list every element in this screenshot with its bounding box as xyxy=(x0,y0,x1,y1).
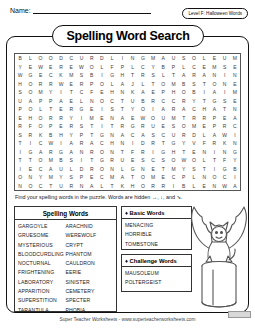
grid-cell: P xyxy=(179,173,189,182)
grid-cell: I xyxy=(148,105,158,114)
grid-cell: T xyxy=(220,105,230,114)
grid-cell: I xyxy=(220,71,230,80)
grid-cell: P xyxy=(158,88,168,97)
grid-cell: O xyxy=(158,80,168,89)
grid-cell: F xyxy=(199,139,209,148)
grid-cell: E xyxy=(209,54,219,63)
grid-cell: Y xyxy=(66,131,76,140)
grid-cell: O xyxy=(138,173,148,182)
grid-cell: S xyxy=(15,131,25,140)
grid-cell: I xyxy=(128,139,138,148)
word-list-item: MENACING xyxy=(125,221,188,230)
grid-cell: C xyxy=(76,88,86,97)
grid-cell: E xyxy=(25,165,35,174)
grid-cell: N xyxy=(87,97,97,106)
grid-cell: G xyxy=(158,148,168,157)
grid-cell: C xyxy=(189,63,199,72)
word-list-item: MAUSOLEUM xyxy=(125,269,188,278)
grid-cell: O xyxy=(35,54,45,63)
grid-cell: E xyxy=(189,148,199,157)
grid-cell: U xyxy=(15,97,25,106)
word-list-item: HORRIBLE xyxy=(125,230,188,239)
word-list-item: POLTERGEIST xyxy=(125,278,188,287)
gargoyle-statue-illustration xyxy=(186,204,252,314)
grid-cell: P xyxy=(35,97,45,106)
grid-cell: C xyxy=(168,173,178,182)
grid-cell: R xyxy=(189,71,199,80)
grid-cell: D xyxy=(56,54,66,63)
grid-cell: G xyxy=(97,131,107,140)
grid-cell: O xyxy=(46,54,56,63)
grid-cell: G xyxy=(97,156,107,165)
grid-cell: N xyxy=(76,182,86,191)
grid-cell: C xyxy=(97,139,107,148)
grid-cell: S xyxy=(179,54,189,63)
grid-cell: E xyxy=(87,105,97,114)
grid-cell: P xyxy=(76,131,86,140)
grid-cell: T xyxy=(158,139,168,148)
grid-cell: I xyxy=(148,148,158,157)
grid-cell: C xyxy=(66,54,76,63)
grid-cell: E xyxy=(158,122,168,131)
grid-cell: O xyxy=(189,54,199,63)
grid-cell: B xyxy=(56,156,66,165)
grid-cell: B xyxy=(15,54,25,63)
grid-cell: P xyxy=(209,122,219,131)
basic-words-list: MENACINGHORRIBLETOMBSTONE xyxy=(122,219,191,252)
grid-cell: I xyxy=(97,105,107,114)
grid-cell: A xyxy=(35,148,45,157)
grid-cell: S xyxy=(168,122,178,131)
grid-cell: R xyxy=(25,131,35,140)
grid-cell: T xyxy=(168,71,178,80)
grid-cell: C xyxy=(97,173,107,182)
grid-cell: N xyxy=(209,71,219,80)
grid-cell: R xyxy=(199,114,209,123)
grid-cell: W xyxy=(56,80,66,89)
spelling-words-box: Spelling Words GARGOYLEGRUESOMEMYSTERIOU… xyxy=(14,206,117,312)
word-list-item: FRIGHTENING xyxy=(18,268,66,277)
grid-cell: F xyxy=(25,122,35,131)
grid-cell: E xyxy=(15,114,25,123)
word-list-item: ARACHNID xyxy=(66,222,114,231)
grid-cell: P xyxy=(209,114,219,123)
grid-cell: N xyxy=(230,139,240,148)
grid-cell: T xyxy=(179,148,189,157)
grid-cell: N xyxy=(117,139,127,148)
grid-cell: O xyxy=(97,97,107,106)
grid-cell: H xyxy=(128,182,138,191)
grid-cell: O xyxy=(35,122,45,131)
grid-cell: A xyxy=(209,105,219,114)
grid-cell: S xyxy=(148,71,158,80)
grid-cell: N xyxy=(107,165,117,174)
grid-cell: N xyxy=(117,88,127,97)
grid-cell: T xyxy=(87,156,97,165)
grid-cell: E xyxy=(66,97,76,106)
grid-cell: E xyxy=(128,156,138,165)
grid-cell: R xyxy=(66,182,76,191)
grid-cell: M xyxy=(168,165,178,174)
grid-cell: E xyxy=(230,63,240,72)
grid-cell: E xyxy=(148,88,158,97)
grid-cell: L xyxy=(97,182,107,191)
grid-cell: Y xyxy=(189,97,199,106)
grid-cell: O xyxy=(97,80,107,89)
grid-cell: U xyxy=(56,182,66,191)
grid-cell: L xyxy=(76,97,86,106)
grid-cell: Y xyxy=(128,105,138,114)
challenge-words-box: ♦ Challenge Words MAUSOLEUMPOLTERGEIST xyxy=(121,254,192,292)
grid-cell: R xyxy=(76,139,86,148)
grid-cell: W xyxy=(15,71,25,80)
grid-cell: I xyxy=(15,165,25,174)
grid-cell: E xyxy=(56,105,66,114)
grid-cell: O xyxy=(25,105,35,114)
grid-cell: U xyxy=(168,54,178,63)
grid-cell: G xyxy=(230,148,240,157)
grid-cell: R xyxy=(87,165,97,174)
grid-cell: G xyxy=(25,71,35,80)
grid-cell: S xyxy=(66,173,76,182)
grid-cell: G xyxy=(107,71,117,80)
grid-cell: R xyxy=(209,139,219,148)
grid-cell: E xyxy=(199,182,209,191)
word-list-item: TOMBSTONE xyxy=(125,240,188,249)
word-list-item: WEREWOLF xyxy=(66,231,114,240)
footer-credit: Super Teacher Worksheets - www.superteac… xyxy=(0,317,255,322)
grid-cell: O xyxy=(189,156,199,165)
grid-cell: L xyxy=(117,165,127,174)
grid-cell: T xyxy=(46,105,56,114)
grid-cell: I xyxy=(209,165,219,174)
grid-cell: H xyxy=(107,139,117,148)
grid-cell: N xyxy=(76,148,86,157)
grid-cell: P xyxy=(76,173,86,182)
grid-cell: N xyxy=(15,182,25,191)
grid-cell: T xyxy=(46,182,56,191)
grid-cell: T xyxy=(209,156,219,165)
grid-cell: T xyxy=(117,97,127,106)
grid-cell: E xyxy=(148,165,158,174)
grid-cell: B xyxy=(158,63,168,72)
word-list-item: GRUESOME xyxy=(18,231,66,240)
grid-cell: Y xyxy=(56,173,66,182)
grid-cell: R xyxy=(179,97,189,106)
grid-cell: E xyxy=(87,173,97,182)
grid-cell: F xyxy=(128,148,138,157)
grid-cell: L xyxy=(25,54,35,63)
grid-cell: N xyxy=(230,71,240,80)
grid-cell: T xyxy=(148,80,158,89)
word-list-item: CAULDRON xyxy=(66,259,114,268)
word-list-item: SINISTER xyxy=(66,278,114,287)
grid-cell: R xyxy=(158,182,168,191)
grid-cell: N xyxy=(199,148,209,157)
grid-cell: D xyxy=(76,165,86,174)
challenge-words-list: MAUSOLEUMPOLTERGEIST xyxy=(122,267,191,291)
grid-cell: I xyxy=(168,182,178,191)
grid-cell: S xyxy=(158,156,168,165)
grid-cell: C xyxy=(35,139,45,148)
grid-cell: T xyxy=(87,131,97,140)
grid-cell: M xyxy=(87,114,97,123)
grid-cell: E xyxy=(56,122,66,131)
grid-cell: H xyxy=(56,131,66,140)
grid-cell: C xyxy=(128,131,138,140)
grid-cell: V xyxy=(189,139,199,148)
grid-cell: A xyxy=(138,88,148,97)
grid-cell: A xyxy=(117,131,127,140)
grid-cell: K xyxy=(35,131,45,140)
grid-cell: U xyxy=(148,122,158,131)
grid-cell: N xyxy=(107,131,117,140)
grid-cell: R xyxy=(66,105,76,114)
grid-cell: T xyxy=(107,122,117,131)
grid-cell: N xyxy=(209,182,219,191)
grid-cell: O xyxy=(15,173,25,182)
grid-cell: G xyxy=(128,122,138,131)
grid-cell: B xyxy=(179,80,189,89)
grid-cell: F xyxy=(107,63,117,72)
grid-cell: M xyxy=(46,173,56,182)
grid-cell: W xyxy=(35,63,45,72)
word-list-item: MYSTERIOUS xyxy=(18,241,66,250)
grid-cell: S xyxy=(66,156,76,165)
grid-cell: L xyxy=(199,131,209,140)
grid-cell: N xyxy=(220,80,230,89)
grid-cell: A xyxy=(199,71,209,80)
grid-cell: S xyxy=(15,88,25,97)
grid-cell: R xyxy=(138,122,148,131)
grid-cell: R xyxy=(87,54,97,63)
grid-cell: U xyxy=(56,165,66,174)
grid-cell: A xyxy=(25,97,35,106)
grid-cell: L xyxy=(66,165,76,174)
grid-cell: I xyxy=(230,173,240,182)
grid-cell: H xyxy=(199,105,209,114)
grid-cell: L xyxy=(97,63,107,72)
grid-cell: A xyxy=(66,148,76,157)
grid-cell: S xyxy=(148,131,158,140)
grid-cell: B xyxy=(46,131,56,140)
grid-cell: T xyxy=(107,182,117,191)
grid-cell: T xyxy=(199,80,209,89)
grid-cell: H xyxy=(107,88,117,97)
grid-cell: T xyxy=(158,165,168,174)
grid-cell: N xyxy=(220,148,230,157)
grid-cell: A xyxy=(66,139,76,148)
grid-cell: M xyxy=(35,88,45,97)
grid-cell: T xyxy=(117,148,127,157)
grid-cell: S xyxy=(76,122,86,131)
grid-cell: I xyxy=(97,122,107,131)
grid-cell: G xyxy=(138,54,148,63)
grid-cell: A xyxy=(117,80,127,89)
grid-cell: I xyxy=(97,71,107,80)
grid-cell: L xyxy=(189,182,199,191)
grid-cell: O xyxy=(97,148,107,157)
grid-cell: R xyxy=(46,148,56,157)
grid-cell: I xyxy=(199,88,209,97)
grid-cell: R xyxy=(56,63,66,72)
grid-cell: T xyxy=(15,139,25,148)
grid-cell: K xyxy=(56,71,66,80)
spelling-words-column-1: GARGOYLEGRUESOMEMYSTERIOUSBLOODCURDLINGN… xyxy=(18,222,66,315)
grid-cell: R xyxy=(117,122,127,131)
grid-cell: Y xyxy=(179,165,189,174)
grid-cell: R xyxy=(179,131,189,140)
spelling-words-column-2: ARACHNIDWEREWOLFCRYPTPHANTOMCAULDRONEERI… xyxy=(66,222,114,315)
grid-cell: E xyxy=(25,63,35,72)
grid-cell: A xyxy=(158,54,168,63)
grid-cell: R xyxy=(46,80,56,89)
grid-cell: B xyxy=(87,71,97,80)
grid-cell: P xyxy=(15,105,25,114)
grid-cell: A xyxy=(179,105,189,114)
grid-cell: G xyxy=(128,165,138,174)
word-list-item: PHOBIA xyxy=(66,306,114,315)
grid-cell: R xyxy=(168,105,178,114)
grid-cell: H xyxy=(168,148,178,157)
grid-cell: C xyxy=(158,97,168,106)
grid-cell: L xyxy=(199,156,209,165)
grid-cell: L xyxy=(179,63,189,72)
grid-cell: G xyxy=(25,148,35,157)
grid-cell: C xyxy=(107,97,117,106)
grid-cell: I xyxy=(25,139,35,148)
grid-cell: M xyxy=(189,122,199,131)
grid-cell: I xyxy=(76,156,86,165)
word-list-item: LABORATORY xyxy=(18,278,66,287)
grid-cell: I xyxy=(209,148,219,157)
grid-cell: G xyxy=(168,139,178,148)
grid-cell: D xyxy=(189,131,199,140)
grid-cell: S xyxy=(189,80,199,89)
grid-cell: M xyxy=(107,173,117,182)
grid-cell: G xyxy=(209,97,219,106)
grid-cell: A xyxy=(158,105,168,114)
grid-cell: N xyxy=(25,173,35,182)
grid-cell: C xyxy=(138,63,148,72)
grid-cell: L xyxy=(189,173,199,182)
grid-cell: M xyxy=(168,80,178,89)
grid-cell: C xyxy=(189,105,199,114)
grid-cell: I xyxy=(15,148,25,157)
grid-cell: Y xyxy=(148,63,158,72)
grid-cell: M xyxy=(148,54,158,63)
grid-cell: N xyxy=(138,165,148,174)
grid-cell: O xyxy=(138,182,148,191)
level-badge: Level F: Halloween Words xyxy=(182,8,248,19)
grid-cell: R xyxy=(66,122,76,131)
grid-cell: Y xyxy=(230,156,240,165)
grid-cell: M xyxy=(230,88,240,97)
spelling-words-title: Spelling Words xyxy=(15,207,116,220)
grid-cell: U xyxy=(128,97,138,106)
grid-cell: T xyxy=(87,122,97,131)
name-blank-line[interactable] xyxy=(33,6,151,14)
word-list-item: EERIE xyxy=(66,268,114,277)
grid-cell: S xyxy=(76,71,86,80)
grid-cell: R xyxy=(56,114,66,123)
grid-cell: E xyxy=(199,63,209,72)
word-list-item: SUPERSTITION xyxy=(18,296,66,305)
grid-cell: H xyxy=(15,80,25,89)
grid-cell: O xyxy=(179,88,189,97)
grid-cell: W xyxy=(138,114,148,123)
grid-cell: Y xyxy=(35,173,45,182)
grid-cell: S xyxy=(189,165,199,174)
grid-cell: K xyxy=(117,182,127,191)
grid-cell: O xyxy=(35,114,45,123)
grid-cell: E xyxy=(220,114,230,123)
grid-cell: A xyxy=(230,114,240,123)
grid-cell: O xyxy=(25,182,35,191)
grid-cell: M xyxy=(66,71,76,80)
grid-cell: A xyxy=(209,131,219,140)
grid-cell: C xyxy=(230,122,240,131)
grid-cell: O xyxy=(179,122,189,131)
grid-cell: M xyxy=(168,114,178,123)
grid-cell: W xyxy=(46,139,56,148)
grid-cell: U xyxy=(168,131,178,140)
grid-cell: E xyxy=(199,122,209,131)
grid-cell: T xyxy=(199,165,209,174)
grid-cell: C xyxy=(168,97,178,106)
grid-cell: M xyxy=(46,156,56,165)
grid-cell: E xyxy=(128,114,138,123)
grid-cell: A xyxy=(46,165,56,174)
grid-cell: A xyxy=(117,173,127,182)
grid-cell: G xyxy=(76,105,86,114)
word-list-item: GARGOYLE xyxy=(18,222,66,231)
grid-cell: R xyxy=(46,114,56,123)
grid-cell: W xyxy=(76,63,86,72)
grid-cell: A xyxy=(56,97,66,106)
word-list-item: SPECTER xyxy=(66,296,114,305)
grid-cell: D xyxy=(138,139,148,148)
grid-cell: O xyxy=(148,114,158,123)
grid-cell: W xyxy=(220,131,230,140)
grid-cell: B xyxy=(138,97,148,106)
grid-cell: K xyxy=(128,88,138,97)
grid-cell: R xyxy=(148,139,158,148)
grid-cell: N xyxy=(128,54,138,63)
grid-cell: U xyxy=(117,156,127,165)
grid-cell: T xyxy=(199,97,209,106)
grid-cell: N xyxy=(230,105,240,114)
grid-cell: A xyxy=(138,131,148,140)
grid-cell: L xyxy=(35,105,45,114)
grid-cell: G xyxy=(56,148,66,157)
grid-cell: R xyxy=(15,122,25,131)
grid-cell: O xyxy=(138,105,148,114)
grid-cell: L xyxy=(199,54,209,63)
name-field[interactable]: Name: xyxy=(10,6,170,14)
grid-cell: J xyxy=(128,80,138,89)
grid-cell: A xyxy=(117,114,127,123)
grid-cell: C xyxy=(46,71,56,80)
grid-cell: W xyxy=(220,182,230,191)
grid-cell: P xyxy=(168,63,178,72)
grid-cell: P xyxy=(87,80,97,89)
instruction-text: Find your spelling words in the puzzle. … xyxy=(15,194,240,200)
grid-cell: P xyxy=(46,122,56,131)
grid-cell: E xyxy=(46,63,56,72)
grid-cell: L xyxy=(107,54,117,63)
grid-cell: T xyxy=(117,105,127,114)
